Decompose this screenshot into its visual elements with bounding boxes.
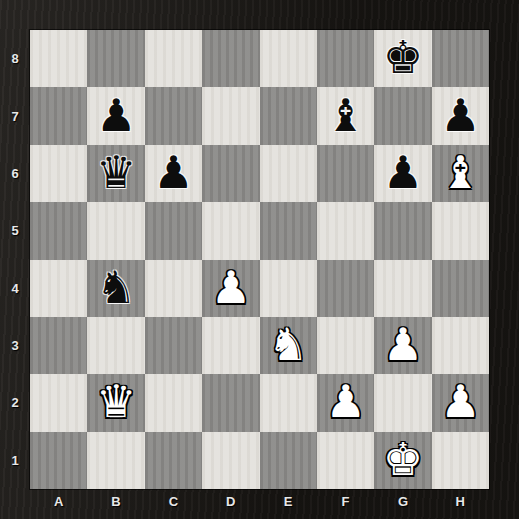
- rank-label-5: 5: [0, 202, 30, 259]
- square-g1[interactable]: ♚: [374, 432, 431, 489]
- white-queen[interactable]: ♛: [96, 379, 136, 424]
- white-king[interactable]: ♚: [383, 437, 423, 482]
- square-b2[interactable]: ♛: [87, 374, 144, 431]
- square-a1[interactable]: [30, 432, 87, 489]
- rank-label-4: 4: [0, 260, 30, 317]
- square-f4[interactable]: [317, 260, 374, 317]
- square-a5[interactable]: [30, 202, 87, 259]
- square-h1[interactable]: [432, 432, 489, 489]
- chessboard-frame: 87654321 ♚♟♝♟♛♟♟♝♞♟♞♟♛♟♟♚ ABCDEFGH: [0, 0, 519, 519]
- square-h7[interactable]: ♟: [432, 87, 489, 144]
- square-h3[interactable]: [432, 317, 489, 374]
- square-c6[interactable]: ♟: [145, 145, 202, 202]
- square-e2[interactable]: [260, 374, 317, 431]
- square-f8[interactable]: [317, 30, 374, 87]
- white-pawn[interactable]: ♟: [211, 265, 251, 310]
- black-pawn[interactable]: ♟: [383, 150, 423, 195]
- rank-label-6: 6: [0, 145, 30, 202]
- square-f3[interactable]: [317, 317, 374, 374]
- file-label-g: G: [374, 489, 431, 519]
- file-label-d: D: [202, 489, 259, 519]
- square-e5[interactable]: [260, 202, 317, 259]
- square-g5[interactable]: [374, 202, 431, 259]
- square-c2[interactable]: [145, 374, 202, 431]
- black-queen[interactable]: ♛: [96, 150, 136, 195]
- square-d7[interactable]: [202, 87, 259, 144]
- square-b8[interactable]: [87, 30, 144, 87]
- square-c3[interactable]: [145, 317, 202, 374]
- square-b6[interactable]: ♛: [87, 145, 144, 202]
- white-bishop[interactable]: ♝: [440, 150, 480, 195]
- file-label-e: E: [260, 489, 317, 519]
- square-h2[interactable]: ♟: [432, 374, 489, 431]
- file-label-b: B: [87, 489, 144, 519]
- black-pawn[interactable]: ♟: [96, 93, 136, 138]
- square-d6[interactable]: [202, 145, 259, 202]
- rank-label-7: 7: [0, 87, 30, 144]
- chess-board[interactable]: ♚♟♝♟♛♟♟♝♞♟♞♟♛♟♟♚: [30, 30, 489, 489]
- square-d4[interactable]: ♟: [202, 260, 259, 317]
- square-f1[interactable]: [317, 432, 374, 489]
- square-d3[interactable]: [202, 317, 259, 374]
- square-g4[interactable]: [374, 260, 431, 317]
- square-g7[interactable]: [374, 87, 431, 144]
- file-label-a: A: [30, 489, 87, 519]
- square-d8[interactable]: [202, 30, 259, 87]
- square-e7[interactable]: [260, 87, 317, 144]
- square-a6[interactable]: [30, 145, 87, 202]
- white-pawn[interactable]: ♟: [440, 379, 480, 424]
- square-e8[interactable]: [260, 30, 317, 87]
- square-a2[interactable]: [30, 374, 87, 431]
- file-labels: ABCDEFGH: [30, 489, 489, 519]
- file-label-f: F: [317, 489, 374, 519]
- black-king[interactable]: ♚: [383, 35, 423, 80]
- black-bishop[interactable]: ♝: [325, 93, 365, 138]
- white-knight[interactable]: ♞: [268, 322, 308, 367]
- square-f7[interactable]: ♝: [317, 87, 374, 144]
- square-b5[interactable]: [87, 202, 144, 259]
- file-label-h: H: [432, 489, 489, 519]
- rank-label-1: 1: [0, 432, 30, 489]
- square-g6[interactable]: ♟: [374, 145, 431, 202]
- square-f5[interactable]: [317, 202, 374, 259]
- square-h5[interactable]: [432, 202, 489, 259]
- square-d5[interactable]: [202, 202, 259, 259]
- square-h8[interactable]: [432, 30, 489, 87]
- square-b7[interactable]: ♟: [87, 87, 144, 144]
- square-e6[interactable]: [260, 145, 317, 202]
- square-e3[interactable]: ♞: [260, 317, 317, 374]
- square-a8[interactable]: [30, 30, 87, 87]
- square-h6[interactable]: ♝: [432, 145, 489, 202]
- rank-label-2: 2: [0, 374, 30, 431]
- square-f2[interactable]: ♟: [317, 374, 374, 431]
- file-label-c: C: [145, 489, 202, 519]
- square-b3[interactable]: [87, 317, 144, 374]
- square-g2[interactable]: [374, 374, 431, 431]
- black-knight[interactable]: ♞: [96, 265, 136, 310]
- square-a4[interactable]: [30, 260, 87, 317]
- square-c1[interactable]: [145, 432, 202, 489]
- square-a3[interactable]: [30, 317, 87, 374]
- square-e4[interactable]: [260, 260, 317, 317]
- square-g8[interactable]: ♚: [374, 30, 431, 87]
- square-c4[interactable]: [145, 260, 202, 317]
- square-b1[interactable]: [87, 432, 144, 489]
- rank-label-8: 8: [0, 30, 30, 87]
- square-d2[interactable]: [202, 374, 259, 431]
- square-h4[interactable]: [432, 260, 489, 317]
- black-pawn[interactable]: ♟: [153, 150, 193, 195]
- black-pawn[interactable]: ♟: [440, 93, 480, 138]
- square-b4[interactable]: ♞: [87, 260, 144, 317]
- rank-label-3: 3: [0, 317, 30, 374]
- square-c5[interactable]: [145, 202, 202, 259]
- square-d1[interactable]: [202, 432, 259, 489]
- square-f6[interactable]: [317, 145, 374, 202]
- rank-labels: 87654321: [0, 30, 30, 489]
- square-a7[interactable]: [30, 87, 87, 144]
- square-c7[interactable]: [145, 87, 202, 144]
- square-g3[interactable]: ♟: [374, 317, 431, 374]
- square-e1[interactable]: [260, 432, 317, 489]
- white-pawn[interactable]: ♟: [383, 322, 423, 367]
- white-pawn[interactable]: ♟: [325, 379, 365, 424]
- square-c8[interactable]: [145, 30, 202, 87]
